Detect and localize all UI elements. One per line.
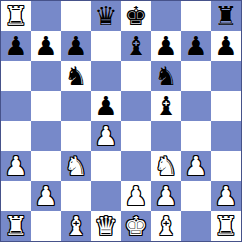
square-c5[interactable]	[61, 91, 91, 121]
white-pawn-h2[interactable]: ♟	[214, 181, 237, 211]
square-f7[interactable]: ♟	[151, 31, 181, 61]
square-d1[interactable]: ♛	[91, 211, 121, 241]
square-h2[interactable]: ♟	[211, 181, 241, 211]
square-c3[interactable]: ♞	[61, 151, 91, 181]
square-d7[interactable]	[91, 31, 121, 61]
white-pawn-d4[interactable]: ♟	[94, 121, 117, 151]
square-h1[interactable]: ♜	[211, 211, 241, 241]
white-pawn-a3[interactable]: ♟	[4, 151, 27, 181]
white-bishop-c1[interactable]: ♝	[64, 211, 87, 241]
square-f2[interactable]: ♟	[151, 181, 181, 211]
square-e5[interactable]	[121, 91, 151, 121]
square-f8[interactable]	[151, 1, 181, 31]
square-g6[interactable]	[181, 61, 211, 91]
white-pawn-b2[interactable]: ♟	[34, 181, 57, 211]
square-d8[interactable]: ♛	[91, 1, 121, 31]
square-c7[interactable]: ♟	[61, 31, 91, 61]
white-rook-a1[interactable]: ♜	[4, 211, 27, 241]
square-d6[interactable]	[91, 61, 121, 91]
white-rook-a8[interactable]: ♜	[4, 1, 27, 31]
square-e1[interactable]: ♚	[121, 211, 151, 241]
white-queen-d1[interactable]: ♛	[94, 211, 117, 241]
square-g3[interactable]: ♟	[181, 151, 211, 181]
black-pawn-g7[interactable]: ♟	[184, 31, 207, 61]
black-pawn-b7[interactable]: ♟	[34, 31, 57, 61]
square-h3[interactable]	[211, 151, 241, 181]
square-c8[interactable]	[61, 1, 91, 31]
square-e7[interactable]: ♝	[121, 31, 151, 61]
square-g8[interactable]	[181, 1, 211, 31]
square-d4[interactable]: ♟	[91, 121, 121, 151]
square-c1[interactable]: ♝	[61, 211, 91, 241]
square-a5[interactable]	[1, 91, 31, 121]
black-king-e8[interactable]: ♚	[124, 1, 147, 31]
square-g5[interactable]	[181, 91, 211, 121]
white-knight-c3[interactable]: ♞	[64, 151, 87, 181]
square-d3[interactable]	[91, 151, 121, 181]
black-knight-f6[interactable]: ♞	[154, 61, 177, 91]
square-f1[interactable]: ♝	[151, 211, 181, 241]
square-a7[interactable]: ♟	[1, 31, 31, 61]
square-a6[interactable]	[1, 61, 31, 91]
square-b6[interactable]	[31, 61, 61, 91]
black-pawn-d5[interactable]: ♟	[94, 91, 117, 121]
white-pawn-f2[interactable]: ♟	[154, 181, 177, 211]
square-f3[interactable]: ♞	[151, 151, 181, 181]
square-b4[interactable]	[31, 121, 61, 151]
white-king-e1[interactable]: ♚	[124, 211, 147, 241]
white-bishop-f1[interactable]: ♝	[154, 211, 177, 241]
square-g2[interactable]	[181, 181, 211, 211]
square-a2[interactable]	[1, 181, 31, 211]
square-g4[interactable]	[181, 121, 211, 151]
square-b3[interactable]	[31, 151, 61, 181]
chess-board: ♜♛♚♜♟♟♟♝♟♟♟♞♞♟♝♟♟♞♞♟♟♟♟♟♜♝♛♚♝♜	[1, 1, 241, 241]
black-knight-c6[interactable]: ♞	[64, 61, 87, 91]
square-f4[interactable]	[151, 121, 181, 151]
white-pawn-g3[interactable]: ♟	[184, 151, 207, 181]
square-b1[interactable]	[31, 211, 61, 241]
square-a1[interactable]: ♜	[1, 211, 31, 241]
square-b7[interactable]: ♟	[31, 31, 61, 61]
square-a3[interactable]: ♟	[1, 151, 31, 181]
square-b8[interactable]	[31, 1, 61, 31]
square-c4[interactable]	[61, 121, 91, 151]
black-queen-d8[interactable]: ♛	[94, 1, 117, 31]
square-c6[interactable]: ♞	[61, 61, 91, 91]
square-e6[interactable]	[121, 61, 151, 91]
black-pawn-f7[interactable]: ♟	[154, 31, 177, 61]
white-knight-f3[interactable]: ♞	[154, 151, 177, 181]
square-g1[interactable]	[181, 211, 211, 241]
square-g7[interactable]: ♟	[181, 31, 211, 61]
square-e8[interactable]: ♚	[121, 1, 151, 31]
square-a4[interactable]	[1, 121, 31, 151]
square-c2[interactable]	[61, 181, 91, 211]
white-pawn-e2[interactable]: ♟	[124, 181, 147, 211]
black-pawn-h7[interactable]: ♟	[214, 31, 237, 61]
square-e2[interactable]: ♟	[121, 181, 151, 211]
black-pawn-c7[interactable]: ♟	[64, 31, 87, 61]
square-d2[interactable]	[91, 181, 121, 211]
white-rook-h1[interactable]: ♜	[214, 211, 237, 241]
square-h4[interactable]	[211, 121, 241, 151]
black-pawn-a7[interactable]: ♟	[4, 31, 27, 61]
square-h8[interactable]: ♜	[211, 1, 241, 31]
black-bishop-e7[interactable]: ♝	[124, 31, 147, 61]
square-h5[interactable]	[211, 91, 241, 121]
square-e4[interactable]	[121, 121, 151, 151]
square-a8[interactable]: ♜	[1, 1, 31, 31]
square-f5[interactable]: ♝	[151, 91, 181, 121]
black-rook-h8[interactable]: ♜	[214, 1, 237, 31]
square-e3[interactable]	[121, 151, 151, 181]
black-bishop-f5[interactable]: ♝	[154, 91, 177, 121]
square-b5[interactable]	[31, 91, 61, 121]
chess-board-frame: ♜♛♚♜♟♟♟♝♟♟♟♞♞♟♝♟♟♞♞♟♟♟♟♟♜♝♛♚♝♜	[0, 0, 242, 242]
square-h6[interactable]	[211, 61, 241, 91]
square-h7[interactable]: ♟	[211, 31, 241, 61]
square-d5[interactable]: ♟	[91, 91, 121, 121]
square-b2[interactable]: ♟	[31, 181, 61, 211]
square-f6[interactable]: ♞	[151, 61, 181, 91]
